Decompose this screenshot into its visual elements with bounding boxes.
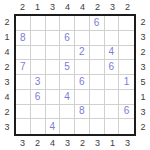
cell-r2c8[interactable] — [119, 31, 134, 46]
cell-r4c3[interactable] — [46, 60, 61, 75]
cell-r7c1[interactable] — [16, 105, 31, 120]
cell-r4c2[interactable] — [31, 60, 46, 75]
right-clue-5: 5 — [136, 75, 150, 90]
cell-r7c3[interactable] — [46, 105, 61, 120]
cell-r4c5[interactable] — [75, 60, 90, 75]
cell-r8c5[interactable] — [75, 119, 90, 134]
top-clue-4: 4 — [60, 0, 75, 14]
right-clue-6: 1 — [136, 90, 150, 105]
cell-r1c8[interactable] — [119, 16, 134, 31]
bottom-clue-8: 3 — [120, 136, 135, 150]
cell-r5c3[interactable] — [46, 75, 61, 90]
right-clue-3: 2 — [136, 45, 150, 60]
top-clue-1: 2 — [15, 0, 30, 14]
cell-r7c5[interactable]: 8 — [75, 105, 90, 120]
cell-r6c6[interactable] — [90, 90, 105, 105]
cell-r3c2[interactable] — [31, 46, 46, 61]
board: 6862475636164864 — [14, 14, 136, 136]
top-clue-8: 2 — [120, 0, 135, 14]
cell-r8c2[interactable] — [31, 119, 46, 134]
cell-r6c4[interactable]: 4 — [60, 90, 75, 105]
cell-r4c4[interactable]: 5 — [60, 60, 75, 75]
left-clue-3: 4 — [0, 45, 14, 60]
bottom-clue-6: 3 — [90, 136, 105, 150]
cell-r7c8[interactable]: 6 — [119, 105, 134, 120]
cell-r6c1[interactable] — [16, 90, 31, 105]
cell-r5c6[interactable] — [90, 75, 105, 90]
bottom-clue-7: 1 — [105, 136, 120, 150]
bottom-clue-2: 2 — [30, 136, 45, 150]
cell-r3c3[interactable] — [46, 46, 61, 61]
cell-r7c7[interactable] — [105, 105, 120, 120]
right-clue-7: 3 — [136, 105, 150, 120]
cell-r6c8[interactable] — [119, 90, 134, 105]
cell-r5c5[interactable]: 6 — [75, 75, 90, 90]
cell-r2c3[interactable] — [46, 31, 61, 46]
cell-r5c8[interactable]: 1 — [119, 75, 134, 90]
cell-r1c4[interactable] — [60, 16, 75, 31]
cell-r3c6[interactable] — [90, 46, 105, 61]
top-clue-2: 1 — [30, 0, 45, 14]
cell-r4c8[interactable] — [119, 60, 134, 75]
cell-r3c8[interactable] — [119, 46, 134, 61]
cell-r5c7[interactable] — [105, 75, 120, 90]
cell-r8c8[interactable] — [119, 119, 134, 134]
left-clue-7: 2 — [0, 105, 14, 120]
right-clue-4: 3 — [136, 60, 150, 75]
left-clue-5: 3 — [0, 75, 14, 90]
left-clue-1: 2 — [0, 15, 14, 30]
cell-r2c2[interactable] — [31, 31, 46, 46]
cell-r7c2[interactable] — [31, 105, 46, 120]
cell-r3c5[interactable]: 2 — [75, 46, 90, 61]
cell-r2c5[interactable] — [75, 31, 90, 46]
cell-r7c4[interactable] — [60, 105, 75, 120]
cell-r7c6[interactable] — [90, 105, 105, 120]
cell-r3c4[interactable] — [60, 46, 75, 61]
bottom-clue-1: 3 — [15, 136, 30, 150]
cell-r8c1[interactable] — [16, 119, 31, 134]
cell-r1c2[interactable] — [31, 16, 46, 31]
top-clue-6: 2 — [90, 0, 105, 14]
cell-r2c1[interactable]: 8 — [16, 31, 31, 46]
cell-r6c2[interactable]: 6 — [31, 90, 46, 105]
right-clues-band: 23235132 — [136, 15, 150, 135]
top-clue-7: 3 — [105, 0, 120, 14]
cell-r4c7[interactable]: 6 — [105, 60, 120, 75]
bottom-clues-band: 32432313 — [15, 136, 135, 150]
left-clue-4: 2 — [0, 60, 14, 75]
top-clues-band: 21344232 — [15, 0, 135, 14]
left-clue-8: 3 — [0, 120, 14, 135]
bottom-clue-3: 4 — [45, 136, 60, 150]
top-clue-3: 3 — [45, 0, 60, 14]
cell-r5c2[interactable]: 3 — [31, 75, 46, 90]
left-clue-6: 4 — [0, 90, 14, 105]
left-clue-2: 1 — [0, 30, 14, 45]
skyscrapers-puzzle: 21344232 21423423 6862475636164864 23235… — [0, 0, 150, 150]
cell-r1c7[interactable] — [105, 16, 120, 31]
right-clue-8: 2 — [136, 120, 150, 135]
cell-r5c1[interactable] — [16, 75, 31, 90]
bottom-clue-4: 3 — [60, 136, 75, 150]
cell-r2c4[interactable]: 6 — [60, 31, 75, 46]
cell-r8c6[interactable] — [90, 119, 105, 134]
cell-r8c4[interactable] — [60, 119, 75, 134]
right-clue-2: 3 — [136, 30, 150, 45]
cell-r5c4[interactable] — [60, 75, 75, 90]
cell-r6c5[interactable] — [75, 90, 90, 105]
cell-r3c7[interactable]: 4 — [105, 46, 120, 61]
cell-r8c3[interactable]: 4 — [46, 119, 61, 134]
cell-r4c1[interactable]: 7 — [16, 60, 31, 75]
cell-r1c3[interactable] — [46, 16, 61, 31]
bottom-clue-5: 2 — [75, 136, 90, 150]
cell-r1c1[interactable] — [16, 16, 31, 31]
right-clue-1: 2 — [136, 15, 150, 30]
cell-r2c6[interactable] — [90, 31, 105, 46]
cell-r1c5[interactable] — [75, 16, 90, 31]
cell-r6c3[interactable] — [46, 90, 61, 105]
top-clue-5: 4 — [75, 0, 90, 14]
cell-r6c7[interactable] — [105, 90, 120, 105]
cell-r4c6[interactable] — [90, 60, 105, 75]
cell-r3c1[interactable] — [16, 46, 31, 61]
cell-r2c7[interactable] — [105, 31, 120, 46]
cell-r8c7[interactable] — [105, 119, 120, 134]
left-clues-band: 21423423 — [0, 15, 14, 135]
cell-r1c6[interactable]: 6 — [90, 16, 105, 31]
